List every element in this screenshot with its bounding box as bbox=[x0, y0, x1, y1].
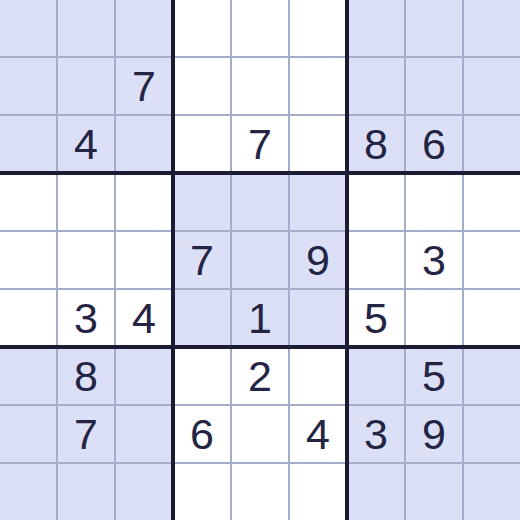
cell-r5c5[interactable] bbox=[232, 232, 288, 288]
cell-r7c5[interactable]: 2 bbox=[232, 348, 288, 404]
given-digit: 7 bbox=[248, 123, 272, 166]
cell-r4c3[interactable] bbox=[116, 174, 172, 230]
cell-r8c2[interactable]: 7 bbox=[58, 406, 114, 462]
cell-r3c7[interactable]: 8 bbox=[348, 116, 404, 172]
given-digit: 8 bbox=[74, 355, 98, 398]
cell-r6c2[interactable]: 3 bbox=[58, 290, 114, 346]
cell-r9c4[interactable] bbox=[174, 464, 230, 520]
cell-r6c5[interactable]: 1 bbox=[232, 290, 288, 346]
cell-r8c8[interactable]: 9 bbox=[406, 406, 462, 462]
given-digit: 4 bbox=[306, 413, 330, 456]
given-digit: 5 bbox=[364, 297, 388, 340]
cell-r2c8[interactable] bbox=[406, 58, 462, 114]
cell-r9c3[interactable] bbox=[116, 464, 172, 520]
cell-r3c4[interactable] bbox=[174, 116, 230, 172]
cell-r6c7[interactable]: 5 bbox=[348, 290, 404, 346]
given-digit: 2 bbox=[248, 355, 272, 398]
cell-r8c3[interactable] bbox=[116, 406, 172, 462]
cell-r6c4[interactable] bbox=[174, 290, 230, 346]
given-digit: 6 bbox=[422, 123, 446, 166]
given-digit: 7 bbox=[74, 413, 98, 456]
cell-r7c9[interactable] bbox=[464, 348, 520, 404]
cell-r4c2[interactable] bbox=[58, 174, 114, 230]
cell-r2c9[interactable] bbox=[464, 58, 520, 114]
sudoku-grid: 74786793341582576439 bbox=[0, 0, 520, 520]
cell-r3c9[interactable] bbox=[464, 116, 520, 172]
cell-r7c7[interactable] bbox=[348, 348, 404, 404]
cell-r6c9[interactable] bbox=[464, 290, 520, 346]
cell-r9c8[interactable] bbox=[406, 464, 462, 520]
given-digit: 3 bbox=[74, 297, 98, 340]
given-digit: 7 bbox=[132, 65, 156, 108]
cell-r9c9[interactable] bbox=[464, 464, 520, 520]
cell-r4c1[interactable] bbox=[0, 174, 56, 230]
given-digit: 4 bbox=[74, 123, 98, 166]
cell-r4c6[interactable] bbox=[290, 174, 346, 230]
given-digit: 5 bbox=[422, 355, 446, 398]
cell-r9c7[interactable] bbox=[348, 464, 404, 520]
cell-r1c3[interactable] bbox=[116, 0, 172, 56]
cell-r4c5[interactable] bbox=[232, 174, 288, 230]
given-digit: 3 bbox=[364, 413, 388, 456]
cell-r4c4[interactable] bbox=[174, 174, 230, 230]
cell-r6c3[interactable]: 4 bbox=[116, 290, 172, 346]
cell-r8c6[interactable]: 4 bbox=[290, 406, 346, 462]
cell-r7c1[interactable] bbox=[0, 348, 56, 404]
given-digit: 8 bbox=[364, 123, 388, 166]
given-digit: 7 bbox=[190, 239, 214, 282]
cell-r3c6[interactable] bbox=[290, 116, 346, 172]
cell-r5c4[interactable]: 7 bbox=[174, 232, 230, 288]
cell-r2c1[interactable] bbox=[0, 58, 56, 114]
cell-r9c5[interactable] bbox=[232, 464, 288, 520]
cell-r8c5[interactable] bbox=[232, 406, 288, 462]
given-digit: 1 bbox=[248, 297, 272, 340]
sudoku-board: 74786793341582576439 bbox=[0, 0, 520, 520]
cell-r1c9[interactable] bbox=[464, 0, 520, 56]
given-digit: 9 bbox=[422, 413, 446, 456]
cell-r5c8[interactable]: 3 bbox=[406, 232, 462, 288]
cell-r5c3[interactable] bbox=[116, 232, 172, 288]
cell-r4c8[interactable] bbox=[406, 174, 462, 230]
cell-r5c9[interactable] bbox=[464, 232, 520, 288]
cell-r3c8[interactable]: 6 bbox=[406, 116, 462, 172]
cell-r2c7[interactable] bbox=[348, 58, 404, 114]
cell-r8c9[interactable] bbox=[464, 406, 520, 462]
cell-r2c6[interactable] bbox=[290, 58, 346, 114]
cell-r2c5[interactable] bbox=[232, 58, 288, 114]
cell-r6c6[interactable] bbox=[290, 290, 346, 346]
cell-r5c1[interactable] bbox=[0, 232, 56, 288]
cell-r3c2[interactable]: 4 bbox=[58, 116, 114, 172]
given-digit: 4 bbox=[132, 297, 156, 340]
cell-r4c9[interactable] bbox=[464, 174, 520, 230]
cell-r9c1[interactable] bbox=[0, 464, 56, 520]
cell-r8c4[interactable]: 6 bbox=[174, 406, 230, 462]
cell-r7c3[interactable] bbox=[116, 348, 172, 404]
cell-r5c6[interactable]: 9 bbox=[290, 232, 346, 288]
cell-r7c6[interactable] bbox=[290, 348, 346, 404]
cell-r1c8[interactable] bbox=[406, 0, 462, 56]
given-digit: 6 bbox=[190, 413, 214, 456]
cell-r7c8[interactable]: 5 bbox=[406, 348, 462, 404]
cell-r3c1[interactable] bbox=[0, 116, 56, 172]
cell-r9c6[interactable] bbox=[290, 464, 346, 520]
cell-r1c7[interactable] bbox=[348, 0, 404, 56]
cell-r3c3[interactable] bbox=[116, 116, 172, 172]
cell-r8c1[interactable] bbox=[0, 406, 56, 462]
cell-r7c2[interactable]: 8 bbox=[58, 348, 114, 404]
cell-r6c8[interactable] bbox=[406, 290, 462, 346]
cell-r6c1[interactable] bbox=[0, 290, 56, 346]
given-digit: 3 bbox=[422, 239, 446, 282]
cell-r9c2[interactable] bbox=[58, 464, 114, 520]
cell-r7c4[interactable] bbox=[174, 348, 230, 404]
cell-r1c6[interactable] bbox=[290, 0, 346, 56]
cell-r2c2[interactable] bbox=[58, 58, 114, 114]
cell-r1c5[interactable] bbox=[232, 0, 288, 56]
given-digit: 9 bbox=[306, 239, 330, 282]
cell-r2c4[interactable] bbox=[174, 58, 230, 114]
cell-r3c5[interactable]: 7 bbox=[232, 116, 288, 172]
cell-r1c1[interactable] bbox=[0, 0, 56, 56]
cell-r1c2[interactable] bbox=[58, 0, 114, 56]
cell-r2c3[interactable]: 7 bbox=[116, 58, 172, 114]
cell-r5c2[interactable] bbox=[58, 232, 114, 288]
cell-r8c7[interactable]: 3 bbox=[348, 406, 404, 462]
cell-r1c4[interactable] bbox=[174, 0, 230, 56]
cell-r5c7[interactable] bbox=[348, 232, 404, 288]
cell-r4c7[interactable] bbox=[348, 174, 404, 230]
